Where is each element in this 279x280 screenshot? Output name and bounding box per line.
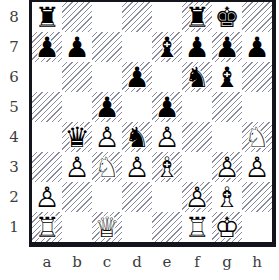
square-f3[interactable] [182, 152, 212, 182]
square-f1[interactable]: ♜♖ [182, 212, 212, 242]
piece-white-rook[interactable]: ♜♖ [182, 212, 212, 242]
square-d6[interactable]: ♟♟ [122, 62, 152, 92]
piece-black-pawn[interactable]: ♟♟ [152, 92, 182, 122]
piece-glyph: ♝ [212, 62, 242, 92]
file-label-e: e [152, 249, 182, 275]
square-g8[interactable]: ♚♚ [212, 2, 242, 32]
piece-white-rook[interactable]: ♜♖ [32, 212, 62, 242]
piece-glyph: ♜ [32, 2, 62, 32]
piece-black-queen[interactable]: ♛♛ [62, 122, 92, 152]
piece-glyph: ♙ [212, 152, 242, 182]
piece-glyph: ♘ [92, 152, 122, 182]
square-e2[interactable] [152, 182, 182, 212]
piece-glyph: ♜ [182, 2, 212, 32]
piece-glyph: ♘ [242, 122, 272, 152]
piece-glyph: ♖ [32, 212, 62, 242]
square-b5[interactable] [62, 92, 92, 122]
piece-glyph: ♙ [122, 152, 152, 182]
rank-label-1: 1 [0, 212, 28, 242]
rank-label-2: 2 [0, 182, 28, 212]
file-label-h: h [242, 249, 272, 275]
square-b7[interactable]: ♟♟ [62, 32, 92, 62]
piece-glyph: ♟ [182, 32, 212, 62]
file-label-g: g [212, 249, 242, 275]
square-g2[interactable]: ♝♗ [212, 182, 242, 212]
piece-white-pawn[interactable]: ♟♙ [182, 182, 212, 212]
square-f7[interactable]: ♟♟ [182, 32, 212, 62]
piece-glyph: ♙ [92, 122, 122, 152]
chess-board: ♜♜♜♜♚♚♟♟♟♟♝♝♟♟♟♟♟♟♟♟♞♞♝♝♟♟♟♟♛♛♟♙♞♞♟♙♞♘♟♙… [29, 0, 276, 247]
file-labels: a b c d e f g h [32, 249, 272, 275]
square-g3[interactable]: ♟♙ [212, 152, 242, 182]
piece-white-pawn[interactable]: ♟♙ [122, 152, 152, 182]
piece-glyph: ♛ [62, 122, 92, 152]
square-f6[interactable]: ♞♞ [182, 62, 212, 92]
piece-white-knight[interactable]: ♞♘ [242, 122, 272, 152]
rank-label-5: 5 [0, 92, 28, 122]
square-c3[interactable]: ♞♘ [92, 152, 122, 182]
piece-black-pawn[interactable]: ♟♟ [122, 62, 152, 92]
square-d5[interactable] [122, 92, 152, 122]
piece-glyph: ♟ [62, 32, 92, 62]
square-b4[interactable]: ♛♛ [62, 122, 92, 152]
piece-glyph: ♗ [212, 182, 242, 212]
piece-white-bishop[interactable]: ♝♗ [152, 152, 182, 182]
piece-white-pawn[interactable]: ♟♙ [62, 152, 92, 182]
square-e6[interactable] [152, 62, 182, 92]
square-a5[interactable] [32, 92, 62, 122]
piece-black-pawn[interactable]: ♟♟ [92, 92, 122, 122]
piece-glyph: ♞ [122, 122, 152, 152]
rank-label-7: 7 [0, 32, 28, 62]
square-f5[interactable] [182, 92, 212, 122]
square-f4[interactable] [182, 122, 212, 152]
piece-glyph: ♞ [182, 62, 212, 92]
square-d3[interactable]: ♟♙ [122, 152, 152, 182]
square-e7[interactable]: ♝♝ [152, 32, 182, 62]
piece-black-knight[interactable]: ♞♞ [122, 122, 152, 152]
rank-label-3: 3 [0, 152, 28, 182]
chess-diagram: 8 7 6 5 4 3 2 1 ♜♜♜♜♚♚♟♟♟♟♝♝♟♟♟♟♟♟♟♟♞♞♝♝… [0, 0, 279, 280]
piece-white-pawn[interactable]: ♟♙ [92, 122, 122, 152]
piece-glyph: ♙ [242, 152, 272, 182]
square-a7[interactable]: ♟♟ [32, 32, 62, 62]
square-d2[interactable] [122, 182, 152, 212]
piece-glyph: ♚ [212, 2, 242, 32]
square-g7[interactable]: ♟♟ [212, 32, 242, 62]
square-e5[interactable]: ♟♟ [152, 92, 182, 122]
piece-glyph: ♙ [32, 182, 62, 212]
square-h7[interactable]: ♟♟ [242, 32, 272, 62]
rank-label-8: 8 [0, 2, 28, 32]
square-c5[interactable]: ♟♟ [92, 92, 122, 122]
square-e3[interactable]: ♝♗ [152, 152, 182, 182]
piece-glyph: ♟ [242, 32, 272, 62]
square-d1[interactable] [122, 212, 152, 242]
piece-black-rook[interactable]: ♜♜ [32, 2, 62, 32]
file-label-a: a [32, 249, 62, 275]
piece-black-pawn[interactable]: ♟♟ [62, 32, 92, 62]
square-b1[interactable] [62, 212, 92, 242]
file-label-c: c [92, 249, 122, 275]
rank-label-6: 6 [0, 62, 28, 92]
piece-white-bishop[interactable]: ♝♗ [212, 182, 242, 212]
piece-glyph: ♙ [152, 122, 182, 152]
square-b6[interactable] [62, 62, 92, 92]
piece-black-pawn[interactable]: ♟♟ [212, 32, 242, 62]
piece-black-bishop[interactable]: ♝♝ [212, 62, 242, 92]
piece-glyph: ♕ [92, 212, 122, 242]
square-h8[interactable] [242, 2, 272, 32]
piece-glyph: ♖ [182, 212, 212, 242]
square-h6[interactable] [242, 62, 272, 92]
piece-glyph: ♔ [212, 212, 242, 242]
square-a8[interactable]: ♜♜ [32, 2, 62, 32]
square-h3[interactable]: ♟♙ [242, 152, 272, 182]
piece-glyph: ♙ [182, 182, 212, 212]
piece-white-pawn[interactable]: ♟♙ [152, 122, 182, 152]
piece-white-pawn[interactable]: ♟♙ [32, 182, 62, 212]
piece-black-rook[interactable]: ♜♜ [182, 2, 212, 32]
piece-glyph: ♝ [152, 32, 182, 62]
rank-label-4: 4 [0, 122, 28, 152]
piece-black-pawn[interactable]: ♟♟ [242, 32, 272, 62]
piece-glyph: ♙ [62, 152, 92, 182]
square-g5[interactable] [212, 92, 242, 122]
piece-glyph: ♟ [152, 92, 182, 122]
square-d4[interactable]: ♞♞ [122, 122, 152, 152]
piece-white-pawn[interactable]: ♟♙ [242, 152, 272, 182]
square-h4[interactable]: ♞♘ [242, 122, 272, 152]
square-e8[interactable] [152, 2, 182, 32]
piece-black-pawn[interactable]: ♟♟ [182, 32, 212, 62]
piece-black-king[interactable]: ♚♚ [212, 2, 242, 32]
square-b2[interactable] [62, 182, 92, 212]
piece-black-pawn[interactable]: ♟♟ [32, 32, 62, 62]
square-h5[interactable] [242, 92, 272, 122]
rank-labels: 8 7 6 5 4 3 2 1 [0, 2, 28, 242]
square-f2[interactable]: ♟♙ [182, 182, 212, 212]
square-c4[interactable]: ♟♙ [92, 122, 122, 152]
square-c7[interactable] [92, 32, 122, 62]
square-c6[interactable] [92, 62, 122, 92]
square-d7[interactable] [122, 32, 152, 62]
square-a6[interactable] [32, 62, 62, 92]
piece-white-knight[interactable]: ♞♘ [92, 152, 122, 182]
piece-glyph: ♟ [212, 32, 242, 62]
piece-black-bishop[interactable]: ♝♝ [152, 32, 182, 62]
square-h2[interactable] [242, 182, 272, 212]
square-c1[interactable]: ♛♕ [92, 212, 122, 242]
file-label-f: f [182, 249, 212, 275]
square-g1[interactable]: ♚♔ [212, 212, 242, 242]
piece-glyph: ♟ [32, 32, 62, 62]
square-b8[interactable] [62, 2, 92, 32]
piece-white-king[interactable]: ♚♔ [212, 212, 242, 242]
file-label-d: d [122, 249, 152, 275]
square-a2[interactable]: ♟♙ [32, 182, 62, 212]
piece-glyph: ♗ [152, 152, 182, 182]
piece-white-queen[interactable]: ♛♕ [92, 212, 122, 242]
square-e1[interactable] [152, 212, 182, 242]
piece-glyph: ♟ [122, 62, 152, 92]
square-a1[interactable]: ♜♖ [32, 212, 62, 242]
square-a3[interactable] [32, 152, 62, 182]
square-b3[interactable]: ♟♙ [62, 152, 92, 182]
piece-black-knight[interactable]: ♞♞ [182, 62, 212, 92]
square-h1[interactable] [242, 212, 272, 242]
square-a4[interactable] [32, 122, 62, 152]
square-d8[interactable] [122, 2, 152, 32]
square-f8[interactable]: ♜♜ [182, 2, 212, 32]
piece-white-pawn[interactable]: ♟♙ [212, 152, 242, 182]
square-c2[interactable] [92, 182, 122, 212]
square-g6[interactable]: ♝♝ [212, 62, 242, 92]
file-label-b: b [62, 249, 92, 275]
square-g4[interactable] [212, 122, 242, 152]
square-c8[interactable] [92, 2, 122, 32]
square-e4[interactable]: ♟♙ [152, 122, 182, 152]
piece-glyph: ♟ [92, 92, 122, 122]
